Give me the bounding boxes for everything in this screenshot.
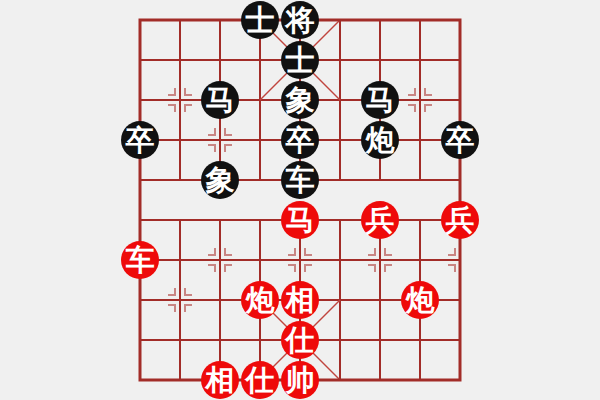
- piece-black-pawn[interactable]: 卒: [441, 121, 479, 159]
- piece-red-advisor[interactable]: 仕: [241, 361, 279, 399]
- piece-red-horse[interactable]: 马: [281, 201, 319, 239]
- piece-black-cannon[interactable]: 炮: [361, 121, 399, 159]
- piece-red-general[interactable]: 帅: [281, 361, 319, 399]
- piece-red-chariot[interactable]: 车: [121, 241, 159, 279]
- piece-black-advisor[interactable]: 士: [281, 41, 319, 79]
- piece-black-horse[interactable]: 马: [361, 81, 399, 119]
- piece-red-cannon[interactable]: 炮: [401, 281, 439, 319]
- piece-black-horse[interactable]: 马: [201, 81, 239, 119]
- piece-red-pawn[interactable]: 兵: [361, 201, 399, 239]
- xiangqi-board: 士将士马象马卒卒炮卒象车马兵兵车炮相炮仕相仕帅: [0, 0, 600, 400]
- piece-red-advisor[interactable]: 仕: [281, 321, 319, 359]
- piece-red-pawn[interactable]: 兵: [441, 201, 479, 239]
- piece-black-pawn[interactable]: 卒: [281, 121, 319, 159]
- piece-black-elephant[interactable]: 象: [281, 81, 319, 119]
- piece-red-elephant[interactable]: 相: [281, 281, 319, 319]
- piece-red-elephant[interactable]: 相: [201, 361, 239, 399]
- piece-black-elephant[interactable]: 象: [201, 161, 239, 199]
- piece-black-general[interactable]: 将: [281, 1, 319, 39]
- piece-red-cannon[interactable]: 炮: [241, 281, 279, 319]
- piece-black-advisor[interactable]: 士: [241, 1, 279, 39]
- piece-black-chariot[interactable]: 车: [281, 161, 319, 199]
- piece-black-pawn[interactable]: 卒: [121, 121, 159, 159]
